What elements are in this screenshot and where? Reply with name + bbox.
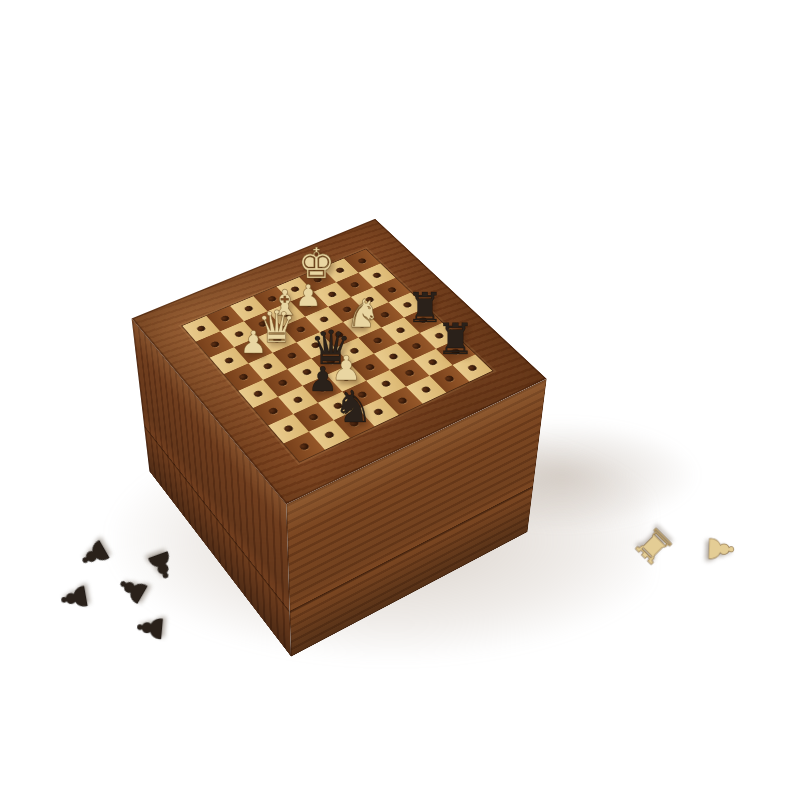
peg-hole <box>387 286 398 293</box>
loose-black-pawn[interactable]: ♟ <box>55 580 94 616</box>
peg-hole <box>444 375 455 383</box>
peg-hole <box>349 281 360 288</box>
square-b2[interactable] <box>293 403 333 432</box>
peg-hole <box>395 327 406 334</box>
peg-hole <box>327 291 338 298</box>
peg-hole <box>388 353 399 361</box>
peg-hole <box>357 258 367 265</box>
peg-hole <box>380 380 391 388</box>
peg-hole <box>420 386 431 394</box>
peg-hole <box>267 407 278 415</box>
peg-hole <box>252 390 263 398</box>
product-photo-stage: ♚♟♝♛♟♞♛♜♟♟♜♞ ♟♟♟♟♟♜♟ <box>0 0 792 792</box>
loose-white-pawn[interactable]: ♟ <box>703 533 738 565</box>
peg-hole <box>373 408 385 416</box>
white-pawn-b6[interactable]: ♟ <box>239 327 267 358</box>
peg-hole <box>324 431 336 439</box>
square-a5[interactable] <box>224 363 263 390</box>
square-a1[interactable] <box>284 432 325 462</box>
peg-hole <box>298 442 310 451</box>
peg-hole <box>286 352 297 360</box>
peg-hole <box>238 373 249 381</box>
peg-hole <box>243 305 254 312</box>
square-a2[interactable] <box>268 414 309 443</box>
peg-hole <box>364 363 375 371</box>
peg-hole <box>196 325 207 332</box>
peg-hole <box>277 379 288 387</box>
peg-hole <box>308 413 320 421</box>
peg-hole <box>372 272 383 279</box>
peg-hole <box>411 342 422 350</box>
square-b4[interactable] <box>263 369 302 397</box>
peg-hole <box>224 357 235 365</box>
peg-hole <box>397 397 409 405</box>
peg-hole <box>262 362 273 370</box>
peg-hole <box>295 326 306 333</box>
black-knight-c1[interactable]: ♞ <box>334 385 373 429</box>
square-a4[interactable] <box>238 380 278 408</box>
peg-hole <box>372 337 383 344</box>
peg-hole <box>335 267 345 274</box>
peg-hole <box>404 369 415 377</box>
peg-hole <box>467 364 478 372</box>
peg-hole <box>292 396 303 404</box>
square-e1[interactable] <box>382 387 422 415</box>
black-rook-h2[interactable]: ♜ <box>436 318 475 361</box>
loose-black-pawn[interactable]: ♟ <box>132 611 169 644</box>
peg-hole <box>283 424 295 432</box>
square-g1[interactable] <box>429 365 469 393</box>
square-a3[interactable] <box>253 397 293 426</box>
peg-hole <box>380 311 391 318</box>
peg-hole <box>220 315 231 322</box>
square-f1[interactable] <box>406 376 446 404</box>
peg-hole <box>210 341 221 349</box>
square-f2[interactable] <box>390 359 430 386</box>
